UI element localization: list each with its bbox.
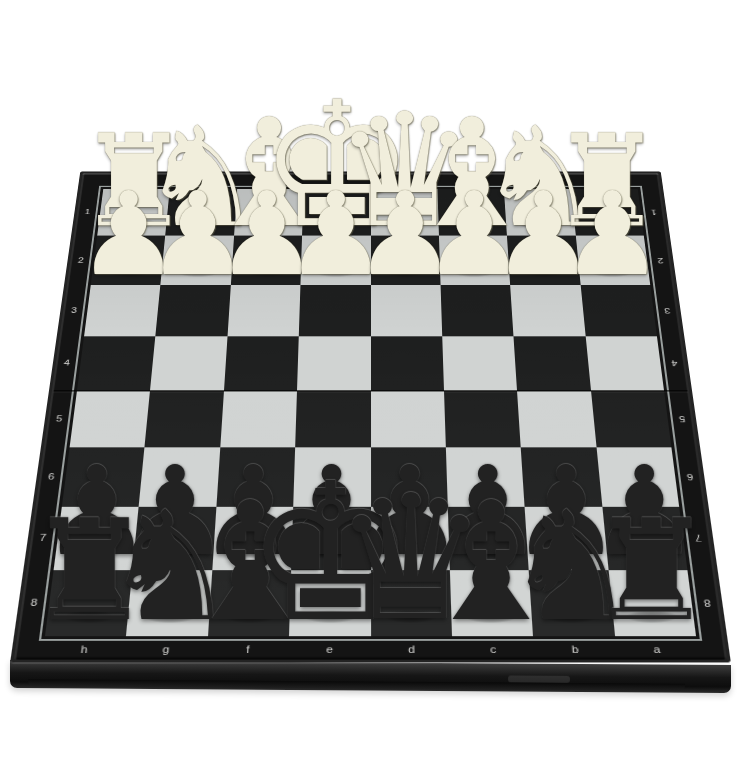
- square-f4[interactable]: [224, 336, 299, 390]
- square-b4[interactable]: [514, 336, 591, 390]
- rank-label-left-5-text: 5: [55, 414, 62, 423]
- rank-label-left-4-text: 4: [63, 359, 70, 367]
- board-side-edge: [10, 660, 731, 693]
- square-a4[interactable]: [585, 336, 664, 390]
- piece-black-rook-a8[interactable]: ♜: [589, 501, 714, 641]
- square-d4[interactable]: [371, 336, 444, 390]
- square-g4[interactable]: [150, 336, 227, 390]
- square-c4[interactable]: [442, 336, 517, 390]
- square-e4[interactable]: [297, 336, 370, 390]
- rank-label-right-5-text: 5: [678, 414, 685, 423]
- rank-label-right-4-text: 4: [671, 359, 678, 367]
- rank-label-right-3-text: 3: [664, 307, 671, 315]
- photo-scene: 12345678 12345678 hgfedcba ♜♞♝♚♛♝♞♜♟♟♟♟♟…: [0, 0, 750, 763]
- square-h4[interactable]: [77, 336, 156, 390]
- piece-white-pawn-a2[interactable]: ♟: [561, 177, 664, 292]
- rank-label-right-4: 4: [657, 336, 692, 390]
- embossed-mark: [508, 675, 570, 682]
- rank-label-left-3-text: 3: [70, 307, 77, 315]
